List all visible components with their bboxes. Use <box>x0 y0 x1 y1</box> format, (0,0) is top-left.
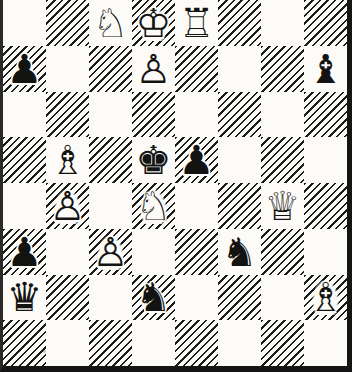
square-g6 <box>261 92 304 138</box>
white-pawn: ♙ <box>93 232 129 272</box>
square-f3: ♞ <box>218 229 261 275</box>
square-b6 <box>46 92 89 138</box>
square-f5 <box>218 137 261 183</box>
square-c7 <box>89 46 132 92</box>
square-h6 <box>304 92 347 138</box>
square-a1 <box>3 320 46 366</box>
square-d7: ♙ <box>132 46 175 92</box>
square-b1 <box>46 320 89 366</box>
black-pawn: ♟ <box>179 140 215 180</box>
square-h7: ♝ <box>304 46 347 92</box>
square-c4 <box>89 183 132 229</box>
white-rook: ♖ <box>179 3 215 43</box>
white-pawn: ♙ <box>136 49 172 89</box>
square-g5 <box>261 137 304 183</box>
square-a8 <box>3 0 46 46</box>
square-f7 <box>218 46 261 92</box>
square-d1 <box>132 320 175 366</box>
square-d8: ♔ <box>132 0 175 46</box>
square-d3 <box>132 229 175 275</box>
square-a5 <box>3 137 46 183</box>
square-e8: ♖ <box>175 0 218 46</box>
square-e1 <box>175 320 218 366</box>
square-h8 <box>304 0 347 46</box>
square-c3: ♙ <box>89 229 132 275</box>
square-g3 <box>261 229 304 275</box>
white-king: ♔ <box>136 3 172 43</box>
square-f6 <box>218 92 261 138</box>
black-pawn: ♟ <box>7 49 43 89</box>
black-knight: ♞ <box>136 277 172 317</box>
square-b3 <box>46 229 89 275</box>
black-queen: ♛ <box>7 277 43 317</box>
square-g2 <box>261 275 304 321</box>
square-c2 <box>89 275 132 321</box>
black-king: ♚ <box>136 140 172 180</box>
square-h1 <box>304 320 347 366</box>
square-e6 <box>175 92 218 138</box>
square-d5: ♚ <box>132 137 175 183</box>
square-f1 <box>218 320 261 366</box>
square-h3 <box>304 229 347 275</box>
square-a6 <box>3 92 46 138</box>
square-a2: ♛ <box>3 275 46 321</box>
white-pawn: ♙ <box>50 186 86 226</box>
square-c6 <box>89 92 132 138</box>
square-e3 <box>175 229 218 275</box>
square-e4 <box>175 183 218 229</box>
square-h4 <box>304 183 347 229</box>
square-g4: ♕ <box>261 183 304 229</box>
square-a3: ♟ <box>3 229 46 275</box>
square-g7 <box>261 46 304 92</box>
square-d2: ♞ <box>132 275 175 321</box>
white-knight: ♘ <box>136 186 172 226</box>
black-bishop: ♝ <box>308 49 344 89</box>
white-queen: ♕ <box>265 186 301 226</box>
square-a4 <box>3 183 46 229</box>
square-h5 <box>304 137 347 183</box>
white-bishop: ♗ <box>50 140 86 180</box>
square-b8 <box>46 0 89 46</box>
square-c8: ♘ <box>89 0 132 46</box>
white-knight: ♘ <box>93 3 129 43</box>
square-c5 <box>89 137 132 183</box>
chess-board: ♘♔♖♟♙♝♗♚♟♙♘♕♟♙♞♛♞♗ <box>3 0 347 366</box>
black-knight: ♞ <box>222 232 258 272</box>
square-d6 <box>132 92 175 138</box>
square-f2 <box>218 275 261 321</box>
square-f8 <box>218 0 261 46</box>
square-g1 <box>261 320 304 366</box>
square-h2: ♗ <box>304 275 347 321</box>
square-c1 <box>89 320 132 366</box>
square-a7: ♟ <box>3 46 46 92</box>
white-bishop: ♗ <box>308 277 344 317</box>
square-f4 <box>218 183 261 229</box>
square-e2 <box>175 275 218 321</box>
square-d4: ♘ <box>132 183 175 229</box>
square-b7 <box>46 46 89 92</box>
square-e7 <box>175 46 218 92</box>
square-b5: ♗ <box>46 137 89 183</box>
black-pawn: ♟ <box>7 232 43 272</box>
square-b4: ♙ <box>46 183 89 229</box>
chess-diagram: ♘♔♖♟♙♝♗♚♟♙♘♕♟♙♞♛♞♗ <box>0 0 352 372</box>
square-e5: ♟ <box>175 137 218 183</box>
square-b2 <box>46 275 89 321</box>
square-g8 <box>261 0 304 46</box>
